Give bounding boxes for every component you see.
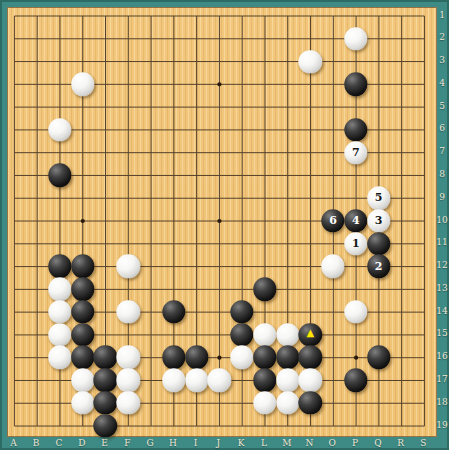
board-cell[interactable] bbox=[413, 27, 436, 50]
board-cell[interactable] bbox=[162, 5, 185, 28]
board-cell[interactable] bbox=[162, 369, 185, 392]
board-cell[interactable] bbox=[299, 5, 322, 28]
board-cell[interactable] bbox=[231, 141, 254, 164]
board-cell[interactable] bbox=[390, 301, 413, 324]
board-cell[interactable] bbox=[117, 164, 140, 187]
board-cell[interactable] bbox=[117, 301, 140, 324]
board-cell[interactable] bbox=[208, 255, 231, 278]
board-cell[interactable] bbox=[117, 392, 140, 415]
board-cell[interactable] bbox=[231, 255, 254, 278]
board-cell[interactable] bbox=[26, 255, 49, 278]
board-cell[interactable] bbox=[94, 369, 117, 392]
board-cell[interactable] bbox=[390, 278, 413, 301]
board-cell[interactable] bbox=[276, 141, 299, 164]
board-cell[interactable] bbox=[276, 118, 299, 141]
board-cell[interactable] bbox=[162, 96, 185, 119]
board-cell[interactable] bbox=[49, 50, 72, 73]
board-cell[interactable] bbox=[276, 369, 299, 392]
board-cell[interactable] bbox=[344, 164, 367, 187]
board-cell[interactable] bbox=[253, 50, 276, 73]
board-cell[interactable]: 5 bbox=[367, 187, 390, 210]
board-cell[interactable] bbox=[71, 141, 94, 164]
board-cell[interactable] bbox=[94, 118, 117, 141]
board-cell[interactable] bbox=[344, 392, 367, 415]
board-cell[interactable] bbox=[49, 210, 72, 233]
board-cell[interactable] bbox=[117, 369, 140, 392]
board-cell[interactable] bbox=[322, 187, 345, 210]
board-cell[interactable] bbox=[71, 301, 94, 324]
board-cell[interactable] bbox=[276, 323, 299, 346]
board-cell[interactable] bbox=[185, 232, 208, 255]
board-cell[interactable] bbox=[117, 118, 140, 141]
board-cell[interactable] bbox=[344, 323, 367, 346]
board-cell[interactable] bbox=[390, 255, 413, 278]
board-cell[interactable] bbox=[276, 96, 299, 119]
board-cell[interactable] bbox=[94, 210, 117, 233]
board-cell[interactable]: 1 bbox=[344, 232, 367, 255]
board-cell[interactable] bbox=[208, 141, 231, 164]
board-cell[interactable] bbox=[71, 96, 94, 119]
board-cell[interactable] bbox=[117, 96, 140, 119]
board-cell[interactable] bbox=[26, 50, 49, 73]
board-cell[interactable] bbox=[299, 232, 322, 255]
board-cell[interactable] bbox=[253, 301, 276, 324]
board-cell[interactable] bbox=[231, 27, 254, 50]
board-cell[interactable] bbox=[94, 50, 117, 73]
board-cell[interactable] bbox=[253, 323, 276, 346]
board-cell[interactable] bbox=[299, 141, 322, 164]
board-cell[interactable] bbox=[231, 210, 254, 233]
board-cell[interactable] bbox=[140, 5, 163, 28]
board-cell[interactable] bbox=[344, 50, 367, 73]
board-cell[interactable] bbox=[208, 187, 231, 210]
board-cell[interactable] bbox=[413, 392, 436, 415]
board-cell[interactable] bbox=[390, 187, 413, 210]
board-cell[interactable] bbox=[3, 369, 26, 392]
board-cell[interactable] bbox=[26, 392, 49, 415]
board-cell[interactable] bbox=[3, 164, 26, 187]
board-cell[interactable] bbox=[3, 141, 26, 164]
board-cell[interactable] bbox=[208, 118, 231, 141]
board-cell[interactable] bbox=[276, 392, 299, 415]
board-cell[interactable] bbox=[49, 369, 72, 392]
board-cell[interactable] bbox=[208, 73, 231, 96]
board-cell[interactable] bbox=[71, 73, 94, 96]
board-cell[interactable] bbox=[140, 27, 163, 50]
board-cell[interactable] bbox=[276, 346, 299, 369]
board-cell[interactable] bbox=[276, 414, 299, 437]
board-cell[interactable] bbox=[390, 414, 413, 437]
board-cell[interactable] bbox=[162, 187, 185, 210]
board-cell[interactable] bbox=[94, 301, 117, 324]
board-cell[interactable] bbox=[185, 301, 208, 324]
board-cell[interactable] bbox=[185, 210, 208, 233]
board-cell[interactable]: 4 bbox=[344, 210, 367, 233]
board-cell[interactable] bbox=[26, 118, 49, 141]
board-cell[interactable] bbox=[94, 255, 117, 278]
board-cell[interactable] bbox=[26, 232, 49, 255]
board-cell[interactable] bbox=[162, 301, 185, 324]
board-cell[interactable] bbox=[367, 414, 390, 437]
board-cell[interactable] bbox=[231, 346, 254, 369]
board-cell[interactable] bbox=[299, 301, 322, 324]
board-cell[interactable] bbox=[344, 96, 367, 119]
board-cell[interactable] bbox=[299, 164, 322, 187]
board-cell[interactable] bbox=[413, 301, 436, 324]
board-cell[interactable] bbox=[276, 164, 299, 187]
board-cell[interactable] bbox=[322, 232, 345, 255]
board-cell[interactable] bbox=[276, 27, 299, 50]
board-cell[interactable] bbox=[276, 210, 299, 233]
board-cell[interactable] bbox=[185, 96, 208, 119]
board-cell[interactable] bbox=[49, 5, 72, 28]
board-cell[interactable] bbox=[49, 187, 72, 210]
board-cell[interactable] bbox=[390, 210, 413, 233]
board-cell[interactable] bbox=[140, 187, 163, 210]
board-cell[interactable] bbox=[253, 96, 276, 119]
board-cell[interactable] bbox=[117, 73, 140, 96]
board-cell[interactable] bbox=[140, 414, 163, 437]
board-cell[interactable] bbox=[140, 210, 163, 233]
board-cell[interactable] bbox=[276, 301, 299, 324]
board-cell[interactable] bbox=[231, 301, 254, 324]
board-cell[interactable] bbox=[140, 232, 163, 255]
board-cell[interactable] bbox=[185, 50, 208, 73]
board-cell[interactable] bbox=[71, 278, 94, 301]
board-cell[interactable] bbox=[322, 346, 345, 369]
board-cell[interactable] bbox=[413, 50, 436, 73]
board-cell[interactable] bbox=[3, 278, 26, 301]
board-cell[interactable] bbox=[413, 255, 436, 278]
board-cell[interactable] bbox=[253, 255, 276, 278]
board-cell[interactable] bbox=[299, 73, 322, 96]
board-cell[interactable] bbox=[231, 50, 254, 73]
board-cell[interactable] bbox=[49, 96, 72, 119]
board-cell[interactable] bbox=[322, 118, 345, 141]
board-cell[interactable] bbox=[162, 232, 185, 255]
board-cell[interactable] bbox=[140, 369, 163, 392]
board-cell[interactable] bbox=[231, 392, 254, 415]
board-cell[interactable] bbox=[117, 50, 140, 73]
board-cell[interactable] bbox=[140, 73, 163, 96]
board-cell[interactable] bbox=[49, 118, 72, 141]
board-cell[interactable] bbox=[344, 414, 367, 437]
board-cell[interactable] bbox=[344, 301, 367, 324]
board-cell[interactable] bbox=[413, 369, 436, 392]
board-cell[interactable] bbox=[367, 5, 390, 28]
board-cell[interactable] bbox=[185, 141, 208, 164]
board-cell[interactable] bbox=[344, 187, 367, 210]
board-cell[interactable] bbox=[49, 392, 72, 415]
board-cell[interactable] bbox=[390, 392, 413, 415]
board-cell[interactable] bbox=[117, 187, 140, 210]
board-cell[interactable] bbox=[71, 118, 94, 141]
board-cell[interactable] bbox=[26, 73, 49, 96]
board-cell[interactable] bbox=[299, 346, 322, 369]
board-cell[interactable] bbox=[94, 96, 117, 119]
board-cell[interactable] bbox=[390, 96, 413, 119]
board-cell[interactable] bbox=[322, 27, 345, 50]
board-cell[interactable] bbox=[140, 50, 163, 73]
board-cell[interactable] bbox=[26, 187, 49, 210]
board-cell[interactable] bbox=[276, 278, 299, 301]
board-cell[interactable] bbox=[3, 96, 26, 119]
board-cell[interactable] bbox=[253, 392, 276, 415]
board-cell[interactable]: 3 bbox=[367, 210, 390, 233]
board-cell[interactable] bbox=[299, 187, 322, 210]
board-cell[interactable] bbox=[208, 392, 231, 415]
board-cell[interactable] bbox=[390, 164, 413, 187]
board-cell[interactable] bbox=[322, 392, 345, 415]
board-cell[interactable] bbox=[231, 369, 254, 392]
board-cell[interactable] bbox=[344, 5, 367, 28]
board-cell[interactable] bbox=[94, 232, 117, 255]
board-cell[interactable] bbox=[185, 187, 208, 210]
board-cell[interactable] bbox=[367, 323, 390, 346]
board-cell[interactable] bbox=[413, 141, 436, 164]
board-cell[interactable] bbox=[140, 255, 163, 278]
board-cell[interactable] bbox=[413, 210, 436, 233]
board-cell[interactable] bbox=[390, 50, 413, 73]
board-cell[interactable] bbox=[299, 255, 322, 278]
board-cell[interactable] bbox=[253, 27, 276, 50]
board-cell[interactable] bbox=[94, 346, 117, 369]
board-cell[interactable] bbox=[71, 164, 94, 187]
board-cell[interactable] bbox=[3, 50, 26, 73]
board-cell[interactable] bbox=[140, 141, 163, 164]
board-cell[interactable] bbox=[344, 278, 367, 301]
board-cell[interactable] bbox=[276, 50, 299, 73]
board-cell[interactable] bbox=[367, 96, 390, 119]
board-cell[interactable] bbox=[185, 278, 208, 301]
board-cell[interactable] bbox=[94, 5, 117, 28]
board-cell[interactable] bbox=[94, 27, 117, 50]
board-cell[interactable] bbox=[71, 346, 94, 369]
board-cell[interactable] bbox=[390, 141, 413, 164]
board-cell[interactable] bbox=[253, 141, 276, 164]
board-cell[interactable] bbox=[299, 50, 322, 73]
board-cell[interactable] bbox=[49, 73, 72, 96]
board-cell[interactable] bbox=[49, 301, 72, 324]
board-cell[interactable] bbox=[94, 141, 117, 164]
board-cell[interactable] bbox=[413, 187, 436, 210]
board-cell[interactable] bbox=[253, 187, 276, 210]
board-cell[interactable] bbox=[367, 278, 390, 301]
board-cell[interactable] bbox=[413, 232, 436, 255]
board-cell[interactable] bbox=[367, 164, 390, 187]
board-cell[interactable] bbox=[322, 301, 345, 324]
board-cell[interactable] bbox=[231, 323, 254, 346]
board-cell[interactable] bbox=[208, 278, 231, 301]
board-cell[interactable] bbox=[49, 278, 72, 301]
board-cell[interactable] bbox=[413, 118, 436, 141]
board-cell[interactable] bbox=[140, 278, 163, 301]
board-cell[interactable] bbox=[49, 323, 72, 346]
board-cell[interactable] bbox=[162, 118, 185, 141]
board-cell[interactable] bbox=[162, 27, 185, 50]
board-cell[interactable] bbox=[231, 414, 254, 437]
board-cell[interactable] bbox=[26, 96, 49, 119]
board-cell[interactable] bbox=[26, 346, 49, 369]
board-cell[interactable] bbox=[413, 164, 436, 187]
board-cell[interactable] bbox=[49, 255, 72, 278]
board-cell[interactable] bbox=[3, 323, 26, 346]
board-cell[interactable]: 7 bbox=[344, 141, 367, 164]
board-cell[interactable] bbox=[140, 118, 163, 141]
board-cell[interactable] bbox=[49, 232, 72, 255]
board-cell[interactable] bbox=[26, 369, 49, 392]
board-cell[interactable] bbox=[322, 50, 345, 73]
board-cell[interactable] bbox=[276, 255, 299, 278]
board-cell[interactable] bbox=[94, 323, 117, 346]
board-cell[interactable] bbox=[71, 27, 94, 50]
board-cell[interactable] bbox=[162, 278, 185, 301]
board-cell[interactable] bbox=[71, 50, 94, 73]
board-cell[interactable] bbox=[299, 118, 322, 141]
board-cell[interactable] bbox=[26, 5, 49, 28]
board-cell[interactable] bbox=[3, 392, 26, 415]
board-cell[interactable] bbox=[117, 141, 140, 164]
board-cell[interactable] bbox=[3, 5, 26, 28]
board-cell[interactable] bbox=[299, 369, 322, 392]
board-cell[interactable] bbox=[26, 301, 49, 324]
board-cell[interactable] bbox=[3, 255, 26, 278]
board-cell[interactable] bbox=[94, 187, 117, 210]
board-cell[interactable] bbox=[344, 255, 367, 278]
board-cell[interactable] bbox=[185, 164, 208, 187]
board-cell[interactable] bbox=[3, 118, 26, 141]
board-cell[interactable] bbox=[185, 5, 208, 28]
board-cell[interactable] bbox=[253, 118, 276, 141]
board-cell[interactable] bbox=[253, 369, 276, 392]
board-cell[interactable] bbox=[3, 232, 26, 255]
board-cell[interactable] bbox=[231, 232, 254, 255]
board-cell[interactable] bbox=[390, 5, 413, 28]
board-cell[interactable] bbox=[117, 346, 140, 369]
board-cell[interactable] bbox=[71, 414, 94, 437]
board-cell[interactable] bbox=[390, 73, 413, 96]
board-cell[interactable] bbox=[390, 232, 413, 255]
board-cell[interactable] bbox=[367, 50, 390, 73]
board-cell[interactable] bbox=[26, 164, 49, 187]
board-cell[interactable] bbox=[3, 187, 26, 210]
board-cell[interactable] bbox=[322, 414, 345, 437]
board-cell[interactable] bbox=[94, 73, 117, 96]
board-cell[interactable] bbox=[208, 323, 231, 346]
board-cell[interactable] bbox=[413, 414, 436, 437]
board-cell[interactable] bbox=[322, 96, 345, 119]
board-cell[interactable] bbox=[185, 255, 208, 278]
board-cell[interactable] bbox=[208, 301, 231, 324]
board-cell[interactable] bbox=[231, 164, 254, 187]
board-cell[interactable] bbox=[253, 414, 276, 437]
board-cell[interactable] bbox=[322, 164, 345, 187]
board-cell[interactable] bbox=[367, 346, 390, 369]
board-cell[interactable] bbox=[299, 27, 322, 50]
board-cell[interactable] bbox=[231, 187, 254, 210]
board-cell[interactable] bbox=[276, 5, 299, 28]
board-cell[interactable] bbox=[185, 73, 208, 96]
board-cell[interactable] bbox=[49, 414, 72, 437]
board-cell[interactable] bbox=[162, 346, 185, 369]
board-cell[interactable] bbox=[26, 141, 49, 164]
board-cell[interactable] bbox=[71, 392, 94, 415]
board-cell[interactable] bbox=[140, 392, 163, 415]
board-cell[interactable] bbox=[208, 210, 231, 233]
board-cell[interactable] bbox=[208, 96, 231, 119]
board-cell[interactable] bbox=[26, 210, 49, 233]
board-cell[interactable] bbox=[231, 118, 254, 141]
board-cell[interactable] bbox=[117, 232, 140, 255]
board-cell[interactable] bbox=[162, 255, 185, 278]
board-cell[interactable] bbox=[71, 187, 94, 210]
board-cell[interactable] bbox=[208, 346, 231, 369]
board-cell[interactable] bbox=[322, 255, 345, 278]
board-cell[interactable] bbox=[276, 73, 299, 96]
board-cell[interactable] bbox=[140, 96, 163, 119]
board-cell[interactable] bbox=[117, 323, 140, 346]
board-cell[interactable] bbox=[71, 210, 94, 233]
board-cell[interactable] bbox=[185, 346, 208, 369]
board-cell[interactable] bbox=[71, 255, 94, 278]
board-cell[interactable] bbox=[26, 27, 49, 50]
board-cell[interactable] bbox=[185, 369, 208, 392]
board-cell[interactable] bbox=[208, 27, 231, 50]
board-cell[interactable] bbox=[3, 301, 26, 324]
board-cell[interactable] bbox=[322, 73, 345, 96]
board-cell[interactable] bbox=[162, 323, 185, 346]
board-cell[interactable] bbox=[413, 96, 436, 119]
board-cell[interactable] bbox=[117, 27, 140, 50]
board-cell[interactable] bbox=[208, 232, 231, 255]
board-cell[interactable] bbox=[299, 278, 322, 301]
board-cell[interactable] bbox=[253, 73, 276, 96]
board-cell[interactable] bbox=[367, 73, 390, 96]
board-cell[interactable]: ▲ bbox=[299, 323, 322, 346]
board-cell[interactable] bbox=[71, 369, 94, 392]
board-cell[interactable] bbox=[390, 27, 413, 50]
board-cell[interactable] bbox=[253, 5, 276, 28]
board-cell[interactable] bbox=[94, 278, 117, 301]
board-cell[interactable] bbox=[367, 118, 390, 141]
board-cell[interactable] bbox=[162, 50, 185, 73]
board-cell[interactable] bbox=[276, 232, 299, 255]
board-cell[interactable] bbox=[140, 346, 163, 369]
board-cell[interactable] bbox=[208, 369, 231, 392]
board-cell[interactable] bbox=[253, 278, 276, 301]
board-cell[interactable] bbox=[140, 301, 163, 324]
board-cell[interactable] bbox=[208, 50, 231, 73]
board-cell[interactable] bbox=[117, 210, 140, 233]
board-cell[interactable] bbox=[367, 392, 390, 415]
board-cell[interactable] bbox=[231, 278, 254, 301]
board-cell[interactable] bbox=[413, 73, 436, 96]
board-cell[interactable] bbox=[140, 164, 163, 187]
board-cell[interactable] bbox=[253, 346, 276, 369]
board-cell[interactable] bbox=[71, 232, 94, 255]
board-cell[interactable] bbox=[344, 346, 367, 369]
board-cell[interactable] bbox=[162, 210, 185, 233]
board-cell[interactable] bbox=[208, 164, 231, 187]
board-cell[interactable] bbox=[299, 392, 322, 415]
board-cell[interactable] bbox=[390, 369, 413, 392]
board-cell[interactable] bbox=[162, 392, 185, 415]
board-cell[interactable] bbox=[276, 187, 299, 210]
board-cell[interactable] bbox=[94, 414, 117, 437]
board-cell[interactable] bbox=[344, 118, 367, 141]
board-cell[interactable] bbox=[413, 5, 436, 28]
board-cell[interactable] bbox=[49, 164, 72, 187]
